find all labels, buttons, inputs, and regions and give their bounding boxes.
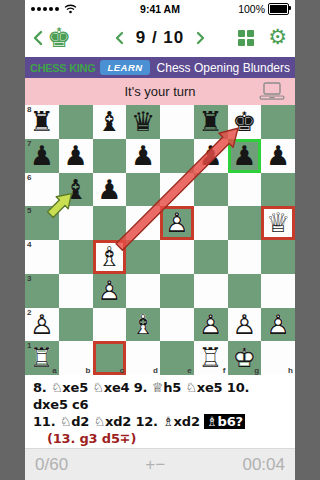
piece-white-queen: ♛ [261,206,295,240]
square-b5[interactable] [59,206,93,240]
square-e5[interactable]: ♟♙ [160,206,194,240]
square-d4[interactable] [126,240,160,274]
square-a2[interactable]: 2♟♙ [25,308,59,342]
file-label: f [223,366,226,375]
square-g3[interactable] [228,274,262,308]
rank-label: 4 [27,240,31,249]
battery-icon [268,3,289,15]
square-c3[interactable]: ♟♙ [93,274,127,308]
current-move-highlight[interactable]: ♗b6? [204,414,245,429]
piece-white-pawn: ♙ [93,274,127,308]
square-d1[interactable]: d [126,341,160,375]
piece-white-king: ♚ [228,341,262,375]
piece-white-pawn: ♟ [160,206,194,240]
square-e2[interactable] [160,308,194,342]
square-d2[interactable]: ♝♗ [126,308,160,342]
piece-white-pawn: ♙ [25,308,59,342]
square-a8[interactable]: 8♜ [25,105,59,139]
square-e7[interactable] [160,139,194,173]
piece-white-bishop: ♗ [126,308,160,342]
computer-move-icon[interactable] [257,82,287,101]
puzzle-counter: 9 / 10 [136,28,185,48]
square-d5[interactable] [126,206,160,240]
square-c1[interactable]: c [93,341,127,375]
square-a7[interactable]: 7♟ [25,139,59,173]
prev-puzzle-button[interactable] [115,31,124,45]
square-b8[interactable] [59,105,93,139]
piece-white-queen: ♕ [261,206,295,240]
brand-bar: CHESS KING LEARN Chess Opening Blunders [25,57,295,78]
nav-bar: ♚ 9 / 10 ⚙ [25,18,295,57]
piece-white-pawn: ♙ [160,206,194,240]
square-e6[interactable] [160,173,194,207]
square-b7[interactable]: ♟ [59,139,93,173]
rank-label: 7 [27,139,31,148]
turn-banner: It's your turn [25,78,295,105]
board-resize-control[interactable]: +− [145,455,165,475]
file-label: h [288,366,293,375]
wifi-icon [64,4,77,14]
square-f1[interactable]: f♜♖ [194,341,228,375]
rank-label: 3 [27,274,31,283]
turn-status-text: It's your turn [124,84,195,99]
rank-label: 5 [27,206,31,215]
square-c4[interactable]: ♝♗ [93,240,127,274]
chess-king-wordmark: CHESS KING [30,62,95,74]
square-e3[interactable] [160,274,194,308]
square-b3[interactable] [59,274,93,308]
rank-label: 2 [27,308,31,317]
square-g4[interactable] [228,240,262,274]
piece-black-pawn: ♟ [261,139,295,173]
file-label: a [52,366,56,375]
battery-percent: 100% [238,3,265,15]
square-g5[interactable] [228,206,262,240]
piece-black-queen: ♛ [126,105,160,139]
chess-king-logo[interactable]: ♚ [47,23,71,53]
piece-white-pawn: ♟ [93,274,127,308]
square-d3[interactable] [126,274,160,308]
square-g1[interactable]: g♚♔ [228,341,262,375]
clock: 9:41 AM [111,3,209,15]
square-f8[interactable]: ♜ [194,105,228,139]
chess-board: 8♜♝♛♜♚7♟♟♟♟♟♟6♝♟5♟♙♛♕4♝♗3♟♙2♟♙♝♗♟♙♟♙♟♙1a… [25,105,295,375]
status-bar: 9:41 AM 100% [25,0,295,18]
square-f3[interactable] [194,274,228,308]
square-h3[interactable] [261,274,295,308]
file-label: e [187,366,191,375]
rank-label: 8 [27,105,31,114]
piece-black-pawn: ♟ [59,139,93,173]
square-d7[interactable]: ♟ [126,139,160,173]
variation-line: (13. g3 d5∓) [47,430,287,447]
square-g6[interactable] [228,173,262,207]
notation-line-1: 8. ♘xe5 ♘xe4 9. ♕h5 ♘xe5 10. dxe5 c6 [33,379,287,413]
piece-black-bishop: ♝ [93,105,127,139]
file-label: g [254,366,259,375]
piece-white-pawn: ♟ [194,308,228,342]
piece-white-pawn: ♙ [261,308,295,342]
piece-white-pawn: ♟ [261,308,295,342]
square-a1[interactable]: 1a♜♖ [25,341,59,375]
square-a6[interactable]: 6 [25,173,59,207]
square-a5[interactable]: 5 [25,206,59,240]
square-c5[interactable] [93,206,127,240]
square-c6[interactable]: ♟ [93,173,127,207]
piece-black-rook: ♜ [25,105,59,139]
square-h4[interactable] [261,240,295,274]
square-c7[interactable] [93,139,127,173]
piece-black-pawn: ♟ [126,139,160,173]
piece-black-pawn: ♟ [194,139,228,173]
square-e4[interactable] [160,240,194,274]
course-title: Chess Opening Blunders [155,61,290,75]
piece-white-pawn: ♙ [194,308,228,342]
piece-white-bishop: ♝ [126,308,160,342]
move-notation: 8. ♘xe5 ♘xe4 9. ♕h5 ♘xe5 10. dxe5 c6 11.… [25,375,295,444]
square-f5[interactable] [194,206,228,240]
square-b1[interactable]: b [59,341,93,375]
piece-white-rook: ♜ [25,341,59,375]
square-h1[interactable]: h [261,341,295,375]
puzzle-list-button[interactable] [238,30,254,46]
bottom-bar: 0/60 +− 00:04 [25,448,295,480]
square-b2[interactable] [59,308,93,342]
piece-white-pawn: ♟ [228,308,262,342]
piece-white-rook: ♖ [194,341,228,375]
rank-label: 1 [27,341,31,350]
square-h6[interactable] [261,173,295,207]
file-label: d [153,366,158,375]
next-puzzle-button[interactable] [196,31,205,45]
file-label: b [86,366,91,375]
square-b6[interactable]: ♝ [59,173,93,207]
square-f6[interactable] [194,173,228,207]
piece-white-bishop: ♗ [93,240,127,274]
notation-line-2: 11. ♘d2 ♘xd2 12. ♗xd2 ♗b6? [33,413,287,430]
square-h7[interactable]: ♟ [261,139,295,173]
app-screen: 9:41 AM 100% ♚ 9 / 10 ⚙ CHESS [25,0,295,480]
square-b4[interactable] [59,240,93,274]
square-h8[interactable] [261,105,295,139]
piece-black-bishop: ♝ [59,173,93,207]
piece-white-rook: ♜ [194,341,228,375]
score-counter: 0/60 [35,455,68,475]
square-g8[interactable]: ♚ [228,105,262,139]
piece-black-king: ♚ [228,105,262,139]
file-label: c [120,366,124,375]
timer: 00:04 [242,455,285,475]
square-d6[interactable] [126,173,160,207]
cell-signal-icon [31,7,59,11]
square-e8[interactable] [160,105,194,139]
square-f4[interactable] [194,240,228,274]
piece-black-pawn: ♟ [228,139,262,173]
piece-white-rook: ♖ [25,341,59,375]
back-chevron-icon[interactable] [33,30,43,46]
square-f7[interactable]: ♟ [194,139,228,173]
square-f2[interactable]: ♟♙ [194,308,228,342]
piece-white-bishop: ♝ [93,240,127,274]
notation-line-2-pre: 11. ♘d2 ♘xd2 12. ♗xd2 [33,414,204,429]
settings-gear-icon[interactable]: ⚙ [268,27,287,48]
rank-label: 6 [27,173,31,182]
square-g7[interactable]: ♟ [228,139,262,173]
square-h2[interactable]: ♟♙ [261,308,295,342]
piece-white-pawn: ♟ [25,308,59,342]
piece-black-pawn: ♟ [25,139,59,173]
learn-badge: LEARN [100,60,149,75]
square-c2[interactable] [93,308,127,342]
piece-black-rook: ♜ [194,105,228,139]
piece-white-pawn: ♙ [228,308,262,342]
square-a4[interactable]: 4 [25,240,59,274]
piece-black-pawn: ♟ [93,173,127,207]
square-g2[interactable]: ♟♙ [228,308,262,342]
square-e1[interactable]: e [160,341,194,375]
square-d8[interactable]: ♛ [126,105,160,139]
piece-white-king: ♔ [228,341,262,375]
square-c8[interactable]: ♝ [93,105,127,139]
square-a3[interactable]: 3 [25,274,59,308]
square-h5[interactable]: ♛♕ [261,206,295,240]
